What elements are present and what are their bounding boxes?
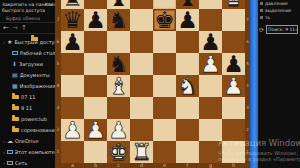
rank-label-2: 2: [55, 127, 61, 132]
file-label-h: h: [222, 163, 245, 168]
rank-label-7: 7: [55, 17, 61, 22]
ribbon-fragment-label: давление: [265, 1, 288, 6]
rank-label-1: 1: [55, 149, 61, 154]
search-row: ⟳ Поиск: 9 11 ⌕: [258, 24, 300, 35]
square-a6[interactable]: ♟: [61, 31, 84, 53]
board-file-labels: abcdefgh: [61, 163, 245, 168]
folder-icon: [12, 95, 19, 100]
chevron-icon: ›: [3, 160, 6, 166]
search-value: Поиск: 9 11: [268, 27, 295, 32]
square-a7[interactable]: ♛: [61, 9, 84, 31]
explorer-ribbon-right: давлениевыделениеть: [258, 0, 300, 21]
square-b4[interactable]: [84, 75, 107, 97]
square-a1[interactable]: [61, 141, 84, 163]
square-e5[interactable]: [153, 53, 176, 75]
square-f5[interactable]: [176, 53, 199, 75]
black-pawn-f7[interactable]: ♟: [177, 9, 198, 31]
square-g1[interactable]: [199, 141, 222, 163]
sidebar-item-label: Быстрый доступ: [14, 39, 57, 45]
sidebar-item-pictures[interactable]: ▦Изображения: [0, 80, 58, 91]
chevron-icon: ›: [3, 149, 6, 155]
sidebar-item-documents[interactable]: ▤Документы: [0, 69, 58, 80]
refresh-icon[interactable]: ⟳: [259, 26, 264, 33]
square-g5[interactable]: ♟: [199, 53, 222, 75]
white-bishop-c4[interactable]: ♝: [108, 75, 129, 97]
square-b6[interactable]: [84, 31, 107, 53]
square-a5[interactable]: [61, 53, 84, 75]
sidebar-item-label: 9 11: [21, 105, 32, 111]
square-e3[interactable]: [153, 97, 176, 119]
sidebar-item-network[interactable]: ›Сеть: [0, 157, 58, 168]
monitor-icon: [12, 51, 18, 55]
square-h4[interactable]: ♟: [222, 75, 245, 97]
sidebar-item-label: Документы: [20, 72, 50, 78]
ribbon-fragment-label: ть: [265, 15, 270, 20]
square-g6[interactable]: ♟: [199, 31, 222, 53]
ribbon-fragment-label: выделение: [265, 8, 291, 13]
square-d7[interactable]: [130, 9, 153, 31]
rank-label-3: 3: [55, 105, 61, 110]
rank-label-5: 5: [55, 61, 61, 66]
black-pawn-h5[interactable]: ♟: [223, 53, 244, 75]
square-e1[interactable]: [153, 141, 176, 163]
window-scrollbar[interactable]: [250, 0, 258, 168]
square-f3[interactable]: [176, 97, 199, 119]
square-g4[interactable]: [199, 75, 222, 97]
square-d5[interactable]: [130, 53, 153, 75]
rank-label-6: 6: [55, 39, 61, 44]
board-frame-left: 87654321: [55, 0, 61, 168]
square-e6[interactable]: [153, 31, 176, 53]
file-explorer-left-pane: Закрепить на панели быстрого доступа Коп…: [0, 0, 58, 168]
sidebar-item-folder-powerclub[interactable]: powerclub: [0, 113, 58, 124]
square-c5[interactable]: ♞: [107, 53, 130, 75]
black-knight-c7[interactable]: ♞: [108, 9, 129, 31]
square-f6[interactable]: [176, 31, 199, 53]
screenshot-root: Закрепить на панели быстрого доступа Коп…: [0, 0, 300, 168]
black-pawn-g6[interactable]: ♟: [200, 31, 221, 53]
square-a3[interactable]: [61, 97, 84, 119]
square-e4[interactable]: [153, 75, 176, 97]
square-h6[interactable]: [222, 31, 245, 53]
white-pawn-b2[interactable]: ♟: [85, 119, 106, 141]
square-d6[interactable]: [130, 31, 153, 53]
square-h3[interactable]: [222, 97, 245, 119]
black-knight-c5[interactable]: ♞: [108, 53, 129, 75]
explorer-sidebar: ›★Быстрый доступРабочий стол⬇Загрузки▤До…: [0, 36, 58, 168]
file-explorer-right-pane: давлениевыделениеть ⟳ Поиск: 9 11 ⌕: [258, 0, 300, 168]
sidebar-item-folder-9-11[interactable]: 9 11: [0, 102, 58, 113]
square-b1[interactable]: [84, 141, 107, 163]
ribbon-fragment-icon: [260, 16, 263, 19]
sidebar-item-desktop[interactable]: Рабочий стол: [0, 47, 58, 58]
chess-board-window: ♜♝♝♛♛♟♞♚♟♟♟♞♟♟♝♞♟♟♟♟♚♜ 87654321 87654321…: [55, 0, 258, 168]
white-pawn-h4[interactable]: ♟: [223, 75, 244, 97]
white-pawn-g5[interactable]: ♟: [200, 53, 221, 75]
search-input[interactable]: Поиск: 9 11 ⌕: [266, 25, 298, 34]
square-a4[interactable]: [61, 75, 84, 97]
folder-icon: [12, 106, 19, 111]
square-e2[interactable]: [153, 119, 176, 141]
sidebar-item-downloads[interactable]: ⬇Загрузки: [0, 58, 58, 69]
file-label-f: f: [176, 163, 199, 168]
sidebar-item-label: Этот компьютер: [15, 149, 58, 155]
file-label-a: a: [61, 163, 84, 168]
white-king-c1[interactable]: ♚: [108, 141, 129, 163]
square-g8[interactable]: [199, 0, 222, 9]
file-label-b: b: [84, 163, 107, 168]
sidebar-item-label: powerclub: [21, 116, 47, 122]
sidebar-item-label: соревнования: [21, 127, 58, 133]
square-h1[interactable]: [222, 141, 245, 163]
square-c4[interactable]: ♝: [107, 75, 130, 97]
clipboard-group-label: Буфер обмена: [6, 16, 40, 21]
white-rook-d1[interactable]: ♜: [131, 141, 152, 163]
sidebar-item-onedrive[interactable]: ›☁OneDrive: [0, 135, 58, 146]
forward-arrow-icon[interactable]: →: [12, 24, 18, 33]
square-c7[interactable]: ♞: [107, 9, 130, 31]
network-icon: [7, 161, 13, 165]
square-d2[interactable]: [130, 119, 153, 141]
ribbon-fragment-icon: [260, 9, 263, 12]
ribbon-right-fragment-0[interactable]: давление: [258, 0, 300, 7]
square-g2[interactable]: [199, 119, 222, 141]
explorer-ribbon-left: Закрепить на панели быстрого доступа Коп…: [0, 0, 58, 23]
sidebar-item-label: 07 11: [21, 94, 35, 100]
ribbon-right-fragment-1[interactable]: выделение: [258, 7, 300, 14]
sidebar-item-quick-access[interactable]: ›★Быстрый доступ: [0, 36, 58, 47]
sidebar-item-folder-competitions[interactable]: соревнования: [0, 124, 58, 135]
folder-icon: [12, 128, 19, 133]
documents-icon: ▤: [12, 72, 18, 78]
chevron-icon: ›: [3, 39, 6, 45]
white-pawn-a2[interactable]: ♟: [62, 119, 83, 141]
square-f7[interactable]: ♟: [176, 9, 199, 31]
square-h8[interactable]: ♛: [222, 0, 245, 9]
sidebar-item-label: Загрузки: [19, 61, 43, 67]
square-d1[interactable]: ♜: [130, 141, 153, 163]
explorer-toolbar: ← → ↑: [0, 23, 58, 34]
cloud-icon: ☁: [7, 138, 13, 144]
square-b5[interactable]: [84, 53, 107, 75]
square-h2[interactable]: [222, 119, 245, 141]
square-h7[interactable]: [222, 9, 245, 31]
square-d4[interactable]: [130, 75, 153, 97]
black-pawn-a6[interactable]: ♟: [62, 31, 83, 53]
square-h5[interactable]: ♟: [222, 53, 245, 75]
square-d3[interactable]: [130, 97, 153, 119]
square-f2[interactable]: [176, 119, 199, 141]
square-b3[interactable]: [84, 97, 107, 119]
square-f4[interactable]: ♞: [176, 75, 199, 97]
file-label-e: e: [153, 163, 176, 168]
square-f1[interactable]: [176, 141, 199, 163]
sidebar-item-label: Рабочий стол: [20, 50, 55, 56]
white-pawn-c2[interactable]: ♟: [108, 119, 129, 141]
star-icon: ★: [7, 39, 12, 45]
square-g7[interactable]: [199, 9, 222, 31]
black-king-e7[interactable]: ♚: [154, 9, 175, 31]
sidebar-item-this-pc[interactable]: ›Этот компьютер: [0, 146, 58, 157]
square-b7[interactable]: ♟: [84, 9, 107, 31]
chess-board: ♜♝♝♛♛♟♞♚♟♟♟♞♟♟♝♞♟♟♟♟♚♜: [61, 0, 245, 163]
square-g3[interactable]: [199, 97, 222, 119]
white-queen-h8[interactable]: ♛: [223, 0, 244, 9]
pin-to-quick-access-label2: быстрого доступа: [2, 8, 45, 13]
square-a2[interactable]: ♟: [61, 119, 84, 141]
back-arrow-icon[interactable]: ←: [3, 24, 9, 33]
black-queen-a7[interactable]: ♛: [62, 9, 83, 31]
chevron-icon: ›: [3, 138, 6, 144]
white-knight-f4[interactable]: ♞: [177, 75, 198, 97]
square-c3[interactable]: [107, 97, 130, 119]
file-label-g: g: [199, 163, 222, 168]
sidebar-item-label: Сеть: [15, 160, 27, 166]
square-d8[interactable]: [130, 0, 153, 9]
folder-icon: [12, 117, 19, 122]
square-b2[interactable]: ♟: [84, 119, 107, 141]
downloads-icon: ⬇: [12, 61, 17, 67]
rank-label-4: 4: [55, 83, 61, 88]
pictures-icon: ▦: [12, 83, 18, 89]
ribbon-fragment-icon: [260, 2, 263, 5]
search-icon: ⌕: [295, 26, 298, 33]
sidebar-item-label: Изображения: [20, 83, 56, 89]
square-c6[interactable]: [107, 31, 130, 53]
black-pawn-b7[interactable]: ♟: [85, 9, 106, 31]
sidebar-item-folder-07-11[interactable]: 07 11: [0, 91, 58, 102]
up-arrow-icon[interactable]: ↑: [21, 24, 27, 33]
square-c2[interactable]: ♟: [107, 119, 130, 141]
square-c1[interactable]: ♚: [107, 141, 130, 163]
ribbon-right-fragment-2[interactable]: ть: [258, 14, 300, 21]
monitor-icon: [7, 150, 13, 154]
square-e7[interactable]: ♚: [153, 9, 176, 31]
sidebar-item-label: OneDrive: [15, 138, 39, 144]
